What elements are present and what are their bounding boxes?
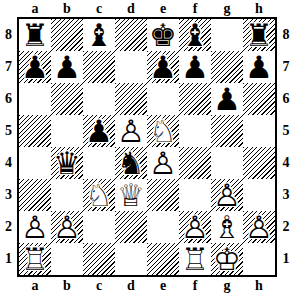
black-queen-glyph: ♛ <box>53 148 81 179</box>
square-h7[interactable]: ♟♟ <box>243 51 275 83</box>
square-e3[interactable] <box>147 179 179 211</box>
file-label-c: c <box>83 0 115 17</box>
square-g5[interactable] <box>211 115 243 147</box>
square-h5[interactable] <box>243 115 275 147</box>
file-label-b: b <box>51 277 83 295</box>
white-pawn-glyph: ♙ <box>213 180 241 211</box>
piece-white-queen[interactable]: ♛♕ <box>115 179 147 211</box>
white-bishop-glyph: ♗ <box>213 212 241 243</box>
piece-black-pawn[interactable]: ♟♟ <box>243 51 275 83</box>
file-label-a: a <box>19 277 51 295</box>
piece-black-bishop[interactable]: ♝♝ <box>83 19 115 51</box>
piece-black-king[interactable]: ♚♚ <box>147 19 179 51</box>
square-c5[interactable]: ♟♟ <box>83 115 115 147</box>
piece-black-pawn[interactable]: ♟♟ <box>147 51 179 83</box>
square-e5[interactable]: ♞♘ <box>147 115 179 147</box>
square-c3[interactable]: ♞♘ <box>83 179 115 211</box>
rank-label-4: 4 <box>277 147 295 179</box>
piece-white-rook[interactable]: ♜♖ <box>19 243 51 275</box>
square-d2[interactable] <box>115 211 147 243</box>
rank-label-1: 1 <box>277 243 295 275</box>
square-d4[interactable]: ♞♞ <box>115 147 147 179</box>
file-label-h: h <box>243 277 275 295</box>
piece-white-rook[interactable]: ♜♖ <box>179 243 211 275</box>
square-a7[interactable]: ♟♟ <box>19 51 51 83</box>
square-e8[interactable]: ♚♚ <box>147 19 179 51</box>
white-pawn-glyph: ♙ <box>245 212 273 243</box>
rank-label-5: 5 <box>0 115 17 147</box>
square-c2[interactable] <box>83 211 115 243</box>
white-knight-glyph: ♘ <box>85 180 113 211</box>
file-labels-top: abcdefgh <box>19 0 275 17</box>
square-a1[interactable]: ♜♖ <box>19 243 51 275</box>
square-g6[interactable]: ♟♟ <box>211 83 243 115</box>
piece-black-queen[interactable]: ♛♛ <box>51 147 83 179</box>
square-g8[interactable] <box>211 19 243 51</box>
square-a3[interactable] <box>19 179 51 211</box>
black-bishop-glyph: ♝ <box>181 20 209 51</box>
white-pawn-glyph: ♙ <box>149 148 177 179</box>
file-label-d: d <box>115 0 147 17</box>
rank-label-8: 8 <box>0 19 17 51</box>
black-pawn-glyph: ♟ <box>181 52 209 83</box>
piece-black-rook[interactable]: ♜♜ <box>19 19 51 51</box>
rank-label-7: 7 <box>277 51 295 83</box>
file-label-g: g <box>211 277 243 295</box>
piece-white-knight[interactable]: ♞♘ <box>147 115 179 147</box>
square-f1[interactable]: ♜♖ <box>179 243 211 275</box>
rank-label-8: 8 <box>277 19 295 51</box>
rank-label-1: 1 <box>0 243 17 275</box>
white-rook-glyph: ♖ <box>21 244 49 275</box>
file-label-a: a <box>19 0 51 17</box>
black-pawn-glyph: ♟ <box>21 52 49 83</box>
square-a8[interactable]: ♜♜ <box>19 19 51 51</box>
square-g4[interactable] <box>211 147 243 179</box>
square-c8[interactable]: ♝♝ <box>83 19 115 51</box>
black-bishop-glyph: ♝ <box>85 20 113 51</box>
square-f8[interactable]: ♝♝ <box>179 19 211 51</box>
square-c6[interactable] <box>83 83 115 115</box>
piece-black-pawn[interactable]: ♟♟ <box>179 51 211 83</box>
white-pawn-glyph: ♙ <box>181 212 209 243</box>
piece-white-pawn[interactable]: ♟♙ <box>19 211 51 243</box>
black-pawn-glyph: ♟ <box>149 52 177 83</box>
square-g7[interactable] <box>211 51 243 83</box>
square-c4[interactable] <box>83 147 115 179</box>
piece-white-bishop[interactable]: ♝♗ <box>211 211 243 243</box>
square-h6[interactable] <box>243 83 275 115</box>
square-b3[interactable] <box>51 179 83 211</box>
square-g1[interactable]: ♚♔ <box>211 243 243 275</box>
square-h3[interactable] <box>243 179 275 211</box>
file-label-c: c <box>83 277 115 295</box>
square-e6[interactable] <box>147 83 179 115</box>
black-knight-glyph: ♞ <box>117 148 145 179</box>
square-d3[interactable]: ♛♕ <box>115 179 147 211</box>
square-e1[interactable] <box>147 243 179 275</box>
file-labels-bottom: abcdefgh <box>19 277 275 295</box>
piece-black-knight[interactable]: ♞♞ <box>115 147 147 179</box>
file-label-e: e <box>147 0 179 17</box>
file-label-g: g <box>211 0 243 17</box>
square-f6[interactable] <box>179 83 211 115</box>
square-a5[interactable] <box>19 115 51 147</box>
black-rook-glyph: ♜ <box>21 20 49 51</box>
square-b8[interactable] <box>51 19 83 51</box>
rank-label-4: 4 <box>0 147 17 179</box>
square-d8[interactable] <box>115 19 147 51</box>
piece-white-pawn[interactable]: ♟♙ <box>243 211 275 243</box>
square-e2[interactable] <box>147 211 179 243</box>
piece-white-pawn[interactable]: ♟♙ <box>179 211 211 243</box>
square-b5[interactable] <box>51 115 83 147</box>
black-king-glyph: ♚ <box>149 20 177 51</box>
square-d1[interactable] <box>115 243 147 275</box>
square-h2[interactable]: ♟♙ <box>243 211 275 243</box>
file-label-h: h <box>243 0 275 17</box>
square-e7[interactable]: ♟♟ <box>147 51 179 83</box>
rank-label-7: 7 <box>0 51 17 83</box>
square-b7[interactable]: ♟♟ <box>51 51 83 83</box>
rank-labels-right: 87654321 <box>277 19 295 275</box>
piece-white-pawn[interactable]: ♟♙ <box>147 147 179 179</box>
piece-black-pawn[interactable]: ♟♟ <box>19 51 51 83</box>
piece-black-pawn[interactable]: ♟♟ <box>83 115 115 147</box>
rank-label-5: 5 <box>277 115 295 147</box>
square-h4[interactable] <box>243 147 275 179</box>
rank-labels-left: 87654321 <box>0 19 17 275</box>
file-label-f: f <box>179 0 211 17</box>
piece-black-pawn[interactable]: ♟♟ <box>211 83 243 115</box>
square-e4[interactable]: ♟♙ <box>147 147 179 179</box>
square-g3[interactable]: ♟♙ <box>211 179 243 211</box>
file-label-e: e <box>147 277 179 295</box>
white-rook-glyph: ♖ <box>181 244 209 275</box>
rank-label-2: 2 <box>277 211 295 243</box>
piece-white-knight[interactable]: ♞♘ <box>83 179 115 211</box>
rank-label-2: 2 <box>0 211 17 243</box>
square-f7[interactable]: ♟♟ <box>179 51 211 83</box>
square-d6[interactable] <box>115 83 147 115</box>
rank-label-3: 3 <box>0 179 17 211</box>
black-pawn-glyph: ♟ <box>85 116 113 147</box>
piece-white-pawn[interactable]: ♟♙ <box>115 115 147 147</box>
square-f5[interactable] <box>179 115 211 147</box>
square-a6[interactable] <box>19 83 51 115</box>
black-rook-glyph: ♜ <box>245 20 273 51</box>
white-king-glyph: ♔ <box>213 244 241 275</box>
piece-white-king[interactable]: ♚♔ <box>211 243 243 275</box>
chess-diagram: abcdefgh 87654321 ♜♜♝♝♚♚♝♝♜♜♟♟♟♟♟♟♟♟♟♟♟♟… <box>0 0 295 295</box>
square-c7[interactable] <box>83 51 115 83</box>
square-f3[interactable] <box>179 179 211 211</box>
black-pawn-glyph: ♟ <box>213 84 241 115</box>
piece-black-bishop[interactable]: ♝♝ <box>179 19 211 51</box>
white-pawn-glyph: ♙ <box>53 212 81 243</box>
rank-label-6: 6 <box>0 83 17 115</box>
piece-white-pawn[interactable]: ♟♙ <box>211 179 243 211</box>
square-a4[interactable] <box>19 147 51 179</box>
white-queen-glyph: ♕ <box>117 180 145 211</box>
file-label-b: b <box>51 0 83 17</box>
white-pawn-glyph: ♙ <box>21 212 49 243</box>
piece-black-rook[interactable]: ♜♜ <box>243 19 275 51</box>
piece-white-pawn[interactable]: ♟♙ <box>51 211 83 243</box>
piece-black-pawn[interactable]: ♟♟ <box>51 51 83 83</box>
square-h8[interactable]: ♜♜ <box>243 19 275 51</box>
file-label-d: d <box>115 277 147 295</box>
square-d5[interactable]: ♟♙ <box>115 115 147 147</box>
white-pawn-glyph: ♙ <box>117 116 145 147</box>
file-label-f: f <box>179 277 211 295</box>
square-b6[interactable] <box>51 83 83 115</box>
black-pawn-glyph: ♟ <box>245 52 273 83</box>
square-a2[interactable]: ♟♙ <box>19 211 51 243</box>
chess-board: ♜♜♝♝♚♚♝♝♜♜♟♟♟♟♟♟♟♟♟♟♟♟♟♟♟♙♞♘♛♛♞♞♟♙♞♘♛♕♟♙… <box>17 17 277 277</box>
square-b4[interactable]: ♛♛ <box>51 147 83 179</box>
square-b2[interactable]: ♟♙ <box>51 211 83 243</box>
black-pawn-glyph: ♟ <box>53 52 81 83</box>
square-h1[interactable] <box>243 243 275 275</box>
square-f4[interactable] <box>179 147 211 179</box>
square-f2[interactable]: ♟♙ <box>179 211 211 243</box>
square-g2[interactable]: ♝♗ <box>211 211 243 243</box>
square-d7[interactable] <box>115 51 147 83</box>
rank-label-3: 3 <box>277 179 295 211</box>
square-c1[interactable] <box>83 243 115 275</box>
white-knight-glyph: ♘ <box>149 116 177 147</box>
square-b1[interactable] <box>51 243 83 275</box>
rank-label-6: 6 <box>277 83 295 115</box>
